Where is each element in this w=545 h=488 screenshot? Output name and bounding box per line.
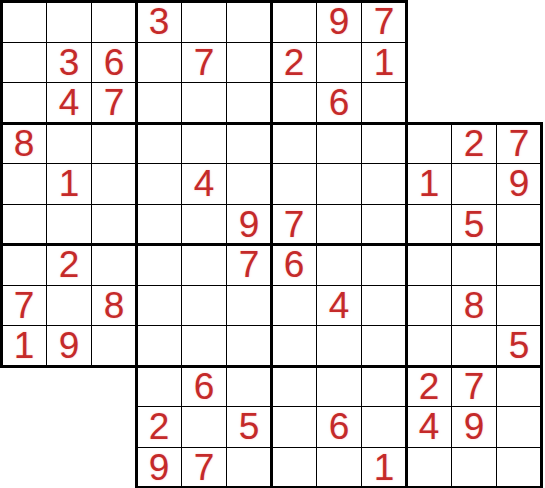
cell-r7c8[interactable] — [317, 245, 362, 286]
cell-r5c8[interactable] — [317, 164, 362, 205]
cell-r5c12[interactable]: 9 — [497, 164, 542, 205]
cell-r5c2[interactable]: 1 — [47, 164, 92, 205]
cell-r2c7[interactable]: 2 — [272, 42, 317, 83]
cell-r8c7[interactable] — [272, 285, 317, 326]
cell-r1c7[interactable] — [272, 2, 317, 43]
cell-r8c5[interactable] — [182, 285, 227, 326]
cell-r2c1[interactable] — [2, 42, 47, 83]
cell-r4c8[interactable] — [317, 123, 362, 164]
cell-r4c6[interactable] — [227, 123, 272, 164]
cell-r3c6[interactable] — [227, 83, 272, 124]
cell-r3c8[interactable]: 6 — [317, 83, 362, 124]
cell-r5c6[interactable] — [227, 164, 272, 205]
cell-r7c12[interactable] — [497, 245, 542, 286]
cell-r10c8[interactable] — [317, 366, 362, 407]
cell-r5c11[interactable] — [452, 164, 497, 205]
cell-r12c10[interactable] — [407, 447, 452, 488]
cell-r6c4[interactable] — [137, 204, 182, 245]
cell-r6c12[interactable] — [497, 204, 542, 245]
cell-r10c4[interactable] — [137, 366, 182, 407]
cell-r5c1[interactable] — [2, 164, 47, 205]
cell-r2c4[interactable] — [137, 42, 182, 83]
cell-r8c3[interactable]: 8 — [92, 285, 137, 326]
cell-r8c4[interactable] — [137, 285, 182, 326]
cell-r4c7[interactable] — [272, 123, 317, 164]
cell-r1c1[interactable] — [2, 2, 47, 43]
cell-r9c6[interactable] — [227, 326, 272, 367]
cell-r2c3[interactable]: 6 — [92, 42, 137, 83]
cell-r12c4[interactable]: 9 — [137, 447, 182, 488]
cell-r7c9[interactable] — [362, 245, 407, 286]
cell-r3c1[interactable] — [2, 83, 47, 124]
cell-r3c3[interactable]: 7 — [92, 83, 137, 124]
cell-r6c1[interactable] — [2, 204, 47, 245]
cell-r9c1[interactable]: 1 — [2, 326, 47, 367]
cell-r8c8[interactable]: 4 — [317, 285, 362, 326]
cell-r1c6[interactable] — [227, 2, 272, 43]
cell-r7c3[interactable] — [92, 245, 137, 286]
cell-r5c3[interactable] — [92, 164, 137, 205]
cell-r8c11[interactable]: 8 — [452, 285, 497, 326]
cell-r10c9[interactable] — [362, 366, 407, 407]
cell-r4c12[interactable]: 7 — [497, 123, 542, 164]
cell-r2c5[interactable]: 7 — [182, 42, 227, 83]
cell-r11c5[interactable] — [182, 407, 227, 448]
twodoku-board: 3973672147682714199752767848195627256499… — [0, 0, 545, 488]
cell-r6c10[interactable] — [407, 204, 452, 245]
cell-r9c10[interactable] — [407, 326, 452, 367]
cell-r11c7[interactable] — [272, 407, 317, 448]
cell-r12c12[interactable] — [497, 447, 542, 488]
cell-r3c4[interactable] — [137, 83, 182, 124]
cell-r6c2[interactable] — [47, 204, 92, 245]
cell-r12c7[interactable] — [272, 447, 317, 488]
cell-r5c9[interactable] — [362, 164, 407, 205]
cell-r1c3[interactable] — [92, 2, 137, 43]
cell-r9c4[interactable] — [137, 326, 182, 367]
cell-r8c10[interactable] — [407, 285, 452, 326]
cell-r11c4[interactable]: 2 — [137, 407, 182, 448]
cell-r3c7[interactable] — [272, 83, 317, 124]
cell-r3c9[interactable] — [362, 83, 407, 124]
cell-r7c2[interactable]: 2 — [47, 245, 92, 286]
cell-r4c11[interactable]: 2 — [452, 123, 497, 164]
cell-r1c8[interactable]: 9 — [317, 2, 362, 43]
cell-r8c9[interactable] — [362, 285, 407, 326]
cell-r9c5[interactable] — [182, 326, 227, 367]
cell-r6c5[interactable] — [182, 204, 227, 245]
cell-r11c8[interactable]: 6 — [317, 407, 362, 448]
cell-r7c1[interactable] — [2, 245, 47, 286]
cell-r7c4[interactable] — [137, 245, 182, 286]
cell-r6c11[interactable]: 5 — [452, 204, 497, 245]
cell-r4c5[interactable] — [182, 123, 227, 164]
cell-r12c9[interactable]: 1 — [362, 447, 407, 488]
cell-r12c11[interactable] — [452, 447, 497, 488]
cell-r9c8[interactable] — [317, 326, 362, 367]
cell-r5c4[interactable] — [137, 164, 182, 205]
cell-r3c2[interactable]: 4 — [47, 83, 92, 124]
cell-r2c6[interactable] — [227, 42, 272, 83]
cell-r5c5[interactable]: 4 — [182, 164, 227, 205]
cell-r9c11[interactable] — [452, 326, 497, 367]
cell-r10c12[interactable] — [497, 366, 542, 407]
cell-r10c6[interactable] — [227, 366, 272, 407]
cell-r6c7[interactable]: 7 — [272, 204, 317, 245]
cell-r7c7[interactable]: 6 — [272, 245, 317, 286]
cell-r1c9[interactable]: 7 — [362, 2, 407, 43]
cell-r4c9[interactable] — [362, 123, 407, 164]
cell-r10c11[interactable]: 7 — [452, 366, 497, 407]
cell-r9c7[interactable] — [272, 326, 317, 367]
cell-r1c5[interactable] — [182, 2, 227, 43]
cell-r4c1[interactable]: 8 — [2, 123, 47, 164]
cell-r12c8[interactable] — [317, 447, 362, 488]
cell-r8c6[interactable] — [227, 285, 272, 326]
cell-r11c9[interactable] — [362, 407, 407, 448]
cell-r10c7[interactable] — [272, 366, 317, 407]
cell-r5c10[interactable]: 1 — [407, 164, 452, 205]
cell-r1c4[interactable]: 3 — [137, 2, 182, 43]
cell-r1c2[interactable] — [47, 2, 92, 43]
cell-r9c2[interactable]: 9 — [47, 326, 92, 367]
cell-r2c9[interactable]: 1 — [362, 42, 407, 83]
cell-r9c9[interactable] — [362, 326, 407, 367]
cell-r7c6[interactable]: 7 — [227, 245, 272, 286]
cell-r8c12[interactable] — [497, 285, 542, 326]
cell-r8c2[interactable] — [47, 285, 92, 326]
cell-r7c11[interactable] — [452, 245, 497, 286]
cell-r2c2[interactable]: 3 — [47, 42, 92, 83]
cell-r8c1[interactable]: 7 — [2, 285, 47, 326]
cell-r12c6[interactable] — [227, 447, 272, 488]
cell-r10c5[interactable]: 6 — [182, 366, 227, 407]
cell-r6c9[interactable] — [362, 204, 407, 245]
cell-r3c5[interactable] — [182, 83, 227, 124]
cell-r4c2[interactable] — [47, 123, 92, 164]
cell-r6c6[interactable]: 9 — [227, 204, 272, 245]
cell-r11c12[interactable] — [497, 407, 542, 448]
cell-r2c8[interactable] — [317, 42, 362, 83]
cell-r7c5[interactable] — [182, 245, 227, 286]
cell-r12c5[interactable]: 7 — [182, 447, 227, 488]
cell-r5c7[interactable] — [272, 164, 317, 205]
cell-r11c10[interactable]: 4 — [407, 407, 452, 448]
cell-r11c11[interactable]: 9 — [452, 407, 497, 448]
cell-r9c3[interactable] — [92, 326, 137, 367]
cell-r4c4[interactable] — [137, 123, 182, 164]
cell-r6c3[interactable] — [92, 204, 137, 245]
cell-r4c3[interactable] — [92, 123, 137, 164]
cell-r9c12[interactable]: 5 — [497, 326, 542, 367]
cell-r6c8[interactable] — [317, 204, 362, 245]
cell-r10c10[interactable]: 2 — [407, 366, 452, 407]
cell-r11c6[interactable]: 5 — [227, 407, 272, 448]
cell-r4c10[interactable] — [407, 123, 452, 164]
cell-r7c10[interactable] — [407, 245, 452, 286]
